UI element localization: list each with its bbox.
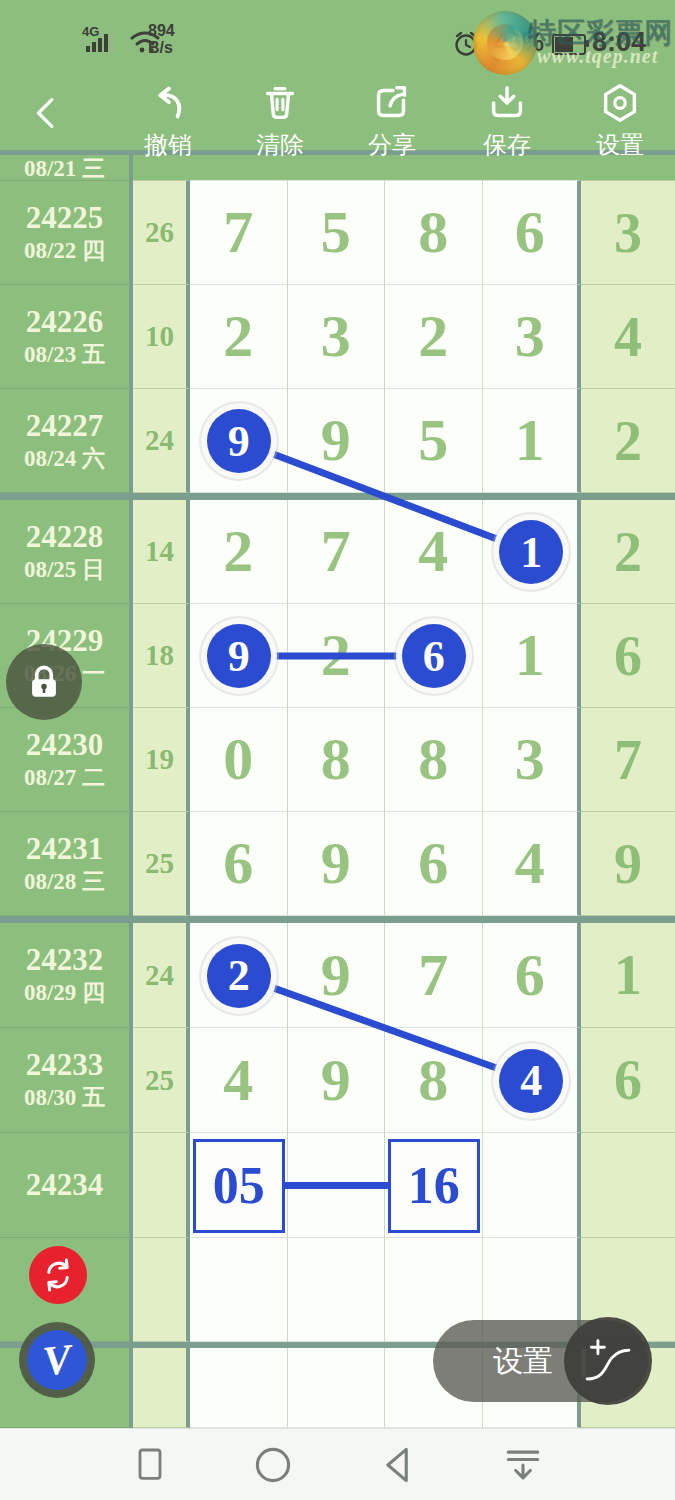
digit-cell[interactable]: 9 [288, 812, 386, 916]
digit-cell[interactable]: 1 [483, 389, 582, 493]
digit-cell[interactable]: 8 [385, 708, 483, 812]
issue-date: 08/21 三 [24, 155, 105, 181]
issue-number: 24228 [26, 519, 104, 555]
digit-cell[interactable]: 0 [190, 708, 288, 812]
pill-settings-label[interactable]: 设置 [493, 1341, 553, 1382]
issue-number: 24227 [26, 408, 104, 444]
tail-cell [581, 1133, 675, 1238]
undo-button[interactable]: 撤销 [123, 80, 213, 161]
sum-cell: 14 [133, 500, 190, 604]
sum-cell: 25 [133, 812, 190, 916]
issue-number: 24233 [26, 1047, 104, 1083]
issue-cell: 24232 08/29 四 [0, 923, 133, 1028]
digit-cell[interactable]: 6 [190, 812, 288, 916]
issue-cell: 08/21 三 [0, 155, 133, 181]
tail-cell: 6 [581, 604, 675, 708]
issue-date: 08/28 三 [24, 867, 105, 897]
sum-cell [133, 1348, 190, 1428]
issue-date: 08/27 二 [24, 763, 105, 793]
back-nav-button[interactable] [376, 1443, 420, 1487]
sum-cell: 24 [133, 923, 190, 1028]
tail-cell: 9 [581, 812, 675, 916]
digit-cell[interactable]: 2 [385, 285, 483, 389]
digit-cell[interactable]: 6 [385, 812, 483, 916]
lock-button[interactable] [6, 644, 82, 720]
chart-row: 24229 08/26 一 18 9 2 6 1 6 [0, 604, 675, 708]
digit-cell[interactable]: 9 [288, 389, 386, 493]
sum-cell: 18 [133, 604, 190, 708]
sum-cell [133, 1238, 190, 1342]
digit-cell[interactable]: 2 [288, 604, 386, 708]
chart-row: 24231 08/28 三 25 6 9 6 4 9 [0, 812, 675, 916]
tail-cell: 1 [581, 923, 675, 1028]
share-button[interactable]: 分享 [347, 80, 437, 161]
issue-date: 08/30 五 [24, 1083, 105, 1113]
recents-button[interactable] [130, 1443, 170, 1487]
tail-cell: 6 [581, 1028, 675, 1133]
digit-cell[interactable]: 7 [385, 923, 483, 1028]
sum-cell [133, 1133, 190, 1238]
digit-cell[interactable]: 8 [385, 181, 483, 285]
back-button[interactable] [26, 91, 66, 135]
digit-cell[interactable]: 8 [288, 708, 386, 812]
chart-row: 08/21 三 [0, 155, 675, 181]
tail-cell: 2 [581, 500, 675, 604]
draw-tool-v-icon: V [24, 1327, 90, 1393]
circled-digit[interactable]: 9 [207, 624, 271, 688]
trash-icon [257, 80, 303, 126]
top-bar: 4G 894 B/s 46% 8:04 特区彩票网 www.tqep.net [0, 0, 675, 155]
issue-date: 08/24 六 [24, 444, 105, 474]
lock-icon [22, 660, 66, 704]
add-curve-icon [577, 1330, 639, 1392]
issue-cell: 24231 08/28 三 [0, 812, 133, 916]
refresh-icon [38, 1255, 78, 1295]
svg-text:4G: 4G [82, 24, 99, 39]
settings-label: 设置 [575, 129, 665, 161]
issue-number: 24225 [26, 200, 104, 236]
clear-button[interactable]: 清除 [235, 80, 325, 161]
issue-number: 24232 [26, 942, 104, 978]
digit-cell[interactable] [190, 1238, 288, 1342]
sum-cell: 26 [133, 181, 190, 285]
digit-cell[interactable] [288, 1133, 386, 1238]
refresh-button[interactable] [29, 1246, 87, 1304]
issue-cell: 24225 08/22 四 [0, 181, 133, 285]
digit-cell[interactable]: 3 [288, 285, 386, 389]
clear-label: 清除 [235, 129, 325, 161]
share-label: 分享 [347, 129, 437, 161]
group-separator [0, 916, 675, 923]
settings-button[interactable]: 设置 [575, 80, 665, 161]
hide-navbar-button[interactable] [501, 1443, 545, 1487]
chart-row: 24227 08/24 六 24 9 9 5 1 2 [0, 389, 675, 493]
digit-cell[interactable]: 9 [288, 923, 386, 1028]
save-label: 保存 [462, 129, 552, 161]
chart-row: 24226 08/23 五 10 2 3 2 3 4 [0, 285, 675, 389]
digit-cell[interactable]: 8 [385, 1028, 483, 1133]
home-button[interactable] [251, 1443, 295, 1487]
sum-cell: 25 [133, 1028, 190, 1133]
issue-number: 24226 [26, 304, 104, 340]
issue-cell: 24234 [0, 1133, 133, 1238]
digit-cell[interactable] [288, 1348, 386, 1428]
digit-cell[interactable]: 9 [288, 1028, 386, 1133]
digit-cell[interactable]: 1 [483, 604, 582, 708]
circled-digit[interactable]: 6 [402, 624, 466, 688]
digit-cell[interactable]: 6 [483, 181, 582, 285]
share-icon [369, 80, 415, 126]
tail-cell: 7 [581, 708, 675, 812]
sum-cell: 19 [133, 708, 190, 812]
draw-tool-button[interactable]: V [19, 1322, 95, 1398]
issue-number: 24230 [26, 727, 104, 763]
digit-cell[interactable]: 7 [190, 181, 288, 285]
circled-digit[interactable]: 2 [207, 944, 271, 1008]
chart-row: 24230 08/27 二 19 0 8 8 3 7 [0, 708, 675, 812]
issue-cell: 24226 08/23 五 [0, 285, 133, 389]
prediction-box[interactable]: 05 [193, 1139, 285, 1233]
issue-date: 08/22 四 [24, 236, 105, 266]
save-icon [484, 80, 530, 126]
sum-cell: 24 [133, 389, 190, 493]
digit-cell[interactable]: 2 [190, 285, 288, 389]
digit-cell[interactable]: 7 [288, 500, 386, 604]
digit-cell[interactable]: 6 [483, 923, 582, 1028]
issue-date: 08/23 五 [24, 340, 105, 370]
watermark-site-url: www.tqep.net [537, 45, 658, 68]
save-button[interactable]: 保存 [462, 80, 552, 161]
trend-chart-grid: 08/21 三 24225 08/22 四 26 7 5 8 6 3 24226… [0, 155, 675, 1428]
chart-row: 24233 08/30 五 25 4 9 8 4 6 [0, 1028, 675, 1133]
settings-icon [597, 80, 643, 126]
group-separator [0, 493, 675, 500]
chart-row: 24232 08/29 四 24 2 9 7 6 1 [0, 923, 675, 1028]
circled-digit[interactable]: 9 [207, 409, 271, 473]
chart-row: 24234 [0, 1133, 675, 1238]
canvas-settings-pill[interactable]: 设置 | [433, 1320, 648, 1402]
issue-cell: 24228 08/25 日 [0, 500, 133, 604]
digit-cell[interactable] [288, 1238, 386, 1342]
digit-cell[interactable]: 5 [385, 389, 483, 493]
issue-number: 24231 [26, 831, 104, 867]
undo-label: 撤销 [123, 129, 213, 161]
issue-date: 08/25 日 [24, 555, 105, 585]
issue-cell: 24233 08/30 五 [0, 1028, 133, 1133]
digit-cell[interactable]: 5 [288, 181, 386, 285]
digit-cell[interactable]: 4 [483, 812, 582, 916]
digit-cell[interactable]: 4 [190, 1028, 288, 1133]
chart-row: 24228 08/25 日 14 2 7 4 1 2 [0, 500, 675, 604]
tail-cell: 2 [581, 389, 675, 493]
issue-cell: 24227 08/24 六 [0, 389, 133, 493]
issue-number: 24234 [26, 1167, 104, 1203]
cell-signal-icon: 4G [82, 22, 124, 56]
network-speed: 894 B/s [148, 22, 175, 56]
undo-icon [145, 80, 191, 126]
add-curve-button[interactable] [564, 1317, 652, 1405]
digit-cell[interactable]: 2 [190, 500, 288, 604]
digit-cell[interactable] [190, 1348, 288, 1428]
circled-digit[interactable]: 1 [499, 520, 563, 584]
digit-cell[interactable]: 3 [483, 708, 582, 812]
digit-cell[interactable]: 4 [385, 500, 483, 604]
digit-cell[interactable]: 3 [483, 285, 582, 389]
tail-cell: 4 [581, 285, 675, 389]
tail-cell: 3 [581, 181, 675, 285]
chart-row: 24225 08/22 四 26 7 5 8 6 3 [0, 181, 675, 285]
digit-cell[interactable] [483, 1133, 582, 1238]
android-nav-bar [0, 1428, 675, 1500]
issue-date: 08/29 四 [24, 978, 105, 1008]
prediction-box[interactable]: 16 [388, 1139, 480, 1233]
sum-cell: 10 [133, 285, 190, 389]
circled-digit[interactable]: 4 [499, 1049, 563, 1113]
issue-cell: 24230 08/27 二 [0, 708, 133, 812]
